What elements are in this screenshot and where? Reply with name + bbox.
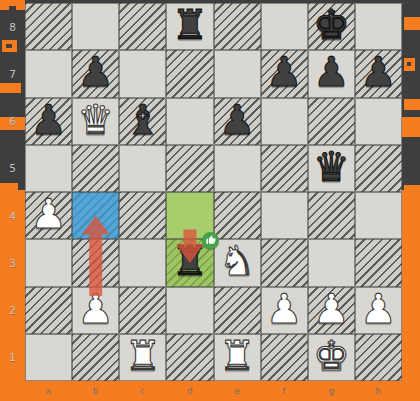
square-c2[interactable] <box>119 287 166 334</box>
piece-black-pawn-g7[interactable]: ♟ <box>313 49 350 96</box>
square-b7[interactable]: ♟ <box>72 50 119 97</box>
frame-decoration <box>407 62 411 66</box>
piece-black-king-g8[interactable]: ♚ <box>313 2 350 49</box>
square-c1[interactable]: ♜ <box>119 334 166 381</box>
piece-white-pawn-f2[interactable]: ♟ <box>266 286 303 333</box>
file-label-g: g <box>308 381 355 401</box>
file-label-d: d <box>166 381 213 401</box>
square-a1[interactable] <box>25 334 72 381</box>
square-c6[interactable]: ♝ <box>119 98 166 145</box>
square-c8[interactable] <box>119 3 166 50</box>
square-e6[interactable]: ♟ <box>214 98 261 145</box>
square-a2[interactable] <box>25 287 72 334</box>
square-f2[interactable]: ♟ <box>261 287 308 334</box>
rank-label-6: 6 <box>0 98 25 145</box>
square-b1[interactable] <box>72 334 119 381</box>
square-h7[interactable]: ♟ <box>355 50 402 97</box>
square-h2[interactable]: ♟ <box>355 287 402 334</box>
frame-right-lower <box>402 190 420 401</box>
square-c7[interactable] <box>119 50 166 97</box>
piece-black-bishop-c6[interactable]: ♝ <box>124 97 161 144</box>
square-b5[interactable] <box>72 145 119 192</box>
square-d5[interactable] <box>166 145 213 192</box>
square-h1[interactable] <box>355 334 402 381</box>
square-g4[interactable] <box>308 192 355 239</box>
piece-black-pawn-h7[interactable]: ♟ <box>360 49 397 96</box>
square-f7[interactable]: ♟ <box>261 50 308 97</box>
piece-white-queen-b6[interactable]: ♛ <box>77 97 114 144</box>
square-b3[interactable] <box>72 239 119 286</box>
rank-label-5: 5 <box>0 145 25 192</box>
square-g8[interactable]: ♚ <box>308 3 355 50</box>
piece-black-queen-g5[interactable]: ♛ <box>313 144 350 191</box>
piece-white-pawn-b2[interactable]: ♟ <box>77 286 114 333</box>
good-move-badge <box>202 232 219 249</box>
rank-label-8: 8 <box>0 3 25 50</box>
square-e1[interactable]: ♜ <box>214 334 261 381</box>
thumbs-up-icon <box>206 235 216 245</box>
square-d2[interactable] <box>166 287 213 334</box>
square-h6[interactable] <box>355 98 402 145</box>
piece-white-knight-e3[interactable]: ♞ <box>219 238 256 285</box>
square-f8[interactable] <box>261 3 308 50</box>
square-g5[interactable]: ♛ <box>308 145 355 192</box>
square-a3[interactable] <box>25 239 72 286</box>
file-label-c: c <box>119 381 166 401</box>
piece-black-pawn-a6[interactable]: ♟ <box>30 97 67 144</box>
square-f3[interactable] <box>261 239 308 286</box>
square-b4[interactable] <box>72 192 119 239</box>
square-e5[interactable] <box>214 145 261 192</box>
file-label-b: b <box>72 381 119 401</box>
rank-labels: 87654321 <box>0 3 25 381</box>
square-e8[interactable] <box>214 3 261 50</box>
piece-white-rook-c1[interactable]: ♜ <box>124 333 161 380</box>
piece-black-pawn-e6[interactable]: ♟ <box>219 97 256 144</box>
square-a8[interactable] <box>25 3 72 50</box>
square-h5[interactable] <box>355 145 402 192</box>
square-h4[interactable] <box>355 192 402 239</box>
square-f4[interactable] <box>261 192 308 239</box>
square-h3[interactable] <box>355 239 402 286</box>
rank-label-4: 4 <box>0 192 25 239</box>
piece-black-rook-d8[interactable]: ♜ <box>172 2 209 49</box>
square-g6[interactable] <box>308 98 355 145</box>
square-g2[interactable]: ♟ <box>308 287 355 334</box>
rank-label-2: 2 <box>0 287 25 334</box>
square-c4[interactable] <box>119 192 166 239</box>
square-a5[interactable] <box>25 145 72 192</box>
square-e2[interactable] <box>214 287 261 334</box>
square-d6[interactable] <box>166 98 213 145</box>
rank-label-1: 1 <box>0 334 25 381</box>
piece-white-rook-e1[interactable]: ♜ <box>219 333 256 380</box>
square-a7[interactable] <box>25 50 72 97</box>
frame-decoration <box>404 185 420 191</box>
piece-white-king-g1[interactable]: ♚ <box>313 333 350 380</box>
frame-decoration <box>402 117 420 137</box>
square-d7[interactable] <box>166 50 213 97</box>
square-e3[interactable]: ♞ <box>214 239 261 286</box>
square-a6[interactable]: ♟ <box>25 98 72 145</box>
square-f1[interactable] <box>261 334 308 381</box>
file-label-f: f <box>261 381 308 401</box>
square-e4[interactable] <box>214 192 261 239</box>
square-g7[interactable]: ♟ <box>308 50 355 97</box>
chess-board[interactable]: ♜♚♟♟♟♟♟♛♝♟♛♟♜♞♟♟♟♟♜♜♚ <box>25 3 402 381</box>
file-label-h: h <box>355 381 402 401</box>
square-d1[interactable] <box>166 334 213 381</box>
piece-white-pawn-g2[interactable]: ♟ <box>313 286 350 333</box>
square-a4[interactable]: ♟ <box>25 192 72 239</box>
square-b8[interactable] <box>72 3 119 50</box>
square-b6[interactable]: ♛ <box>72 98 119 145</box>
square-g3[interactable] <box>308 239 355 286</box>
file-label-e: e <box>214 381 261 401</box>
frame-decoration <box>404 99 420 110</box>
piece-black-pawn-b7[interactable]: ♟ <box>77 49 114 96</box>
square-e7[interactable] <box>214 50 261 97</box>
rank-label-3: 3 <box>0 239 25 286</box>
piece-white-pawn-h2[interactable]: ♟ <box>360 286 397 333</box>
square-f5[interactable] <box>261 145 308 192</box>
square-f6[interactable] <box>261 98 308 145</box>
square-c3[interactable] <box>119 239 166 286</box>
piece-black-pawn-f7[interactable]: ♟ <box>266 49 303 96</box>
chess-board-screenshot: 87654321 ♜♚♟♟♟♟♟♛♝♟♛♟♜♞♟♟♟♟♜♜♚ abcdefgh <box>0 0 420 401</box>
square-g1[interactable]: ♚ <box>308 334 355 381</box>
rank-label-7: 7 <box>0 50 25 97</box>
file-label-a: a <box>25 381 72 401</box>
piece-white-pawn-a4[interactable]: ♟ <box>30 191 67 238</box>
square-d8[interactable]: ♜ <box>166 3 213 50</box>
square-c5[interactable] <box>119 145 166 192</box>
square-b2[interactable]: ♟ <box>72 287 119 334</box>
file-labels: abcdefgh <box>25 381 402 401</box>
frame-decoration <box>404 17 420 30</box>
square-h8[interactable] <box>355 3 402 50</box>
